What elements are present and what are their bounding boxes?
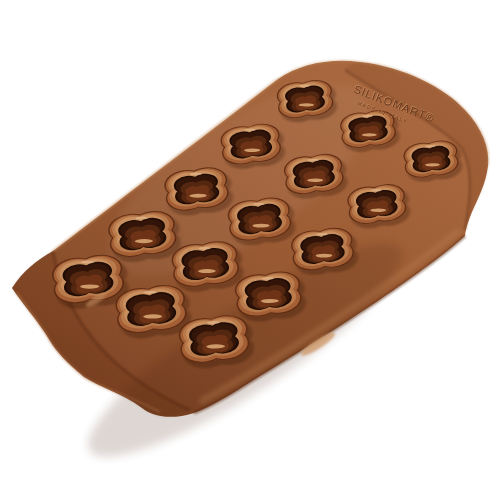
product-photo: SILIKOMART® SILIKOMART® MADE IN ITALY MA…: [0, 0, 500, 500]
mold-photo-svg: SILIKOMART® SILIKOMART® MADE IN ITALY MA…: [0, 0, 500, 500]
